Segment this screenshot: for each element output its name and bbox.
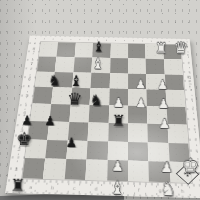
square-f1 — [128, 161, 149, 182]
square-a4 — [30, 104, 51, 122]
file-label-f: f — [138, 187, 140, 193]
file-label-b: b — [51, 185, 55, 191]
square-e2 — [107, 141, 128, 161]
copyright-mark: ©······ — [186, 75, 192, 89]
square-a3 — [28, 121, 50, 140]
square-c7 — [73, 57, 92, 72]
square-d2 — [87, 141, 108, 161]
square-h6 — [165, 74, 185, 90]
file-label-h: h — [180, 188, 184, 194]
rank-label-1: 1 — [14, 166, 18, 171]
square-a7 — [37, 56, 57, 71]
square-e1 — [107, 160, 128, 181]
square-g5 — [147, 90, 167, 107]
rank-label-7: 7 — [30, 61, 33, 65]
board — [21, 41, 193, 183]
square-b8 — [57, 42, 76, 57]
square-e7 — [110, 58, 128, 74]
square-c8 — [75, 43, 94, 58]
square-h8 — [163, 44, 182, 59]
square-c1 — [64, 159, 86, 180]
file-labels: abcdefgh — [19, 182, 193, 196]
square-d4 — [89, 105, 109, 123]
square-b3 — [48, 121, 70, 140]
square-d5 — [90, 88, 110, 105]
square-a5 — [33, 87, 54, 104]
square-h2 — [168, 143, 190, 163]
square-a8 — [39, 42, 58, 57]
square-b7 — [55, 57, 74, 72]
square-e5 — [109, 89, 128, 106]
square-g2 — [148, 142, 169, 162]
square-d3 — [88, 122, 109, 141]
square-g3 — [148, 124, 169, 143]
file-label-c: c — [73, 185, 76, 191]
square-f2 — [128, 142, 149, 162]
square-f7 — [128, 58, 146, 74]
square-b5 — [52, 87, 72, 104]
file-label-a: a — [29, 184, 33, 190]
square-d7 — [91, 57, 110, 72]
square-h4 — [166, 107, 187, 125]
rank-label-2: 2 — [17, 146, 21, 151]
chess-mat-wrapper: 87654321 abcdefgh ♝♜♛♝♞♝♟♟♛♞♟♟♟♟♟♜♟♚♟♟♟♚… — [5, 36, 200, 199]
rank-label-5: 5 — [25, 93, 28, 97]
square-d6 — [91, 73, 110, 89]
square-b6 — [53, 72, 73, 88]
square-g1 — [149, 161, 171, 182]
square-a6 — [35, 71, 55, 87]
square-f8 — [128, 44, 146, 59]
square-a1 — [22, 158, 45, 179]
file-label-g: g — [159, 188, 162, 194]
rank-label-4: 4 — [23, 110, 27, 115]
square-f6 — [128, 73, 147, 89]
rank-label-8: 8 — [32, 46, 35, 50]
square-f5 — [128, 89, 147, 106]
square-c4 — [69, 104, 90, 122]
square-e6 — [109, 73, 128, 89]
rank-label-6: 6 — [28, 77, 31, 81]
square-d1 — [86, 160, 108, 181]
square-c2 — [66, 140, 88, 160]
square-b4 — [50, 104, 71, 122]
square-b2 — [46, 140, 68, 160]
square-f3 — [128, 123, 148, 142]
square-g7 — [146, 59, 165, 75]
square-a2 — [25, 139, 48, 159]
file-label-e: e — [116, 186, 119, 192]
vinyl-chess-mat: 87654321 abcdefgh ♝♜♛♝♞♝♟♟♛♞♟♟♟♟♟♜♟♚♟♟♟♚… — [5, 36, 200, 199]
square-c5 — [71, 88, 91, 105]
square-h3 — [167, 124, 188, 143]
square-h7 — [164, 59, 183, 75]
square-g8 — [145, 44, 163, 59]
square-e8 — [110, 43, 128, 58]
square-b1 — [43, 159, 66, 180]
square-h5 — [165, 90, 185, 107]
square-e4 — [108, 105, 128, 123]
square-c6 — [72, 72, 92, 88]
rank-label-3: 3 — [20, 128, 24, 133]
file-label-d: d — [94, 186, 97, 192]
square-g4 — [147, 106, 167, 124]
square-f4 — [128, 106, 148, 124]
square-g6 — [146, 74, 165, 90]
square-e3 — [108, 123, 128, 142]
square-d8 — [92, 43, 110, 58]
square-c3 — [68, 122, 89, 141]
chessboard-photo: 87654321 abcdefgh ♝♜♛♝♞♝♟♟♛♞♟♟♟♟♟♜♟♚♟♟♟♚… — [0, 0, 200, 200]
